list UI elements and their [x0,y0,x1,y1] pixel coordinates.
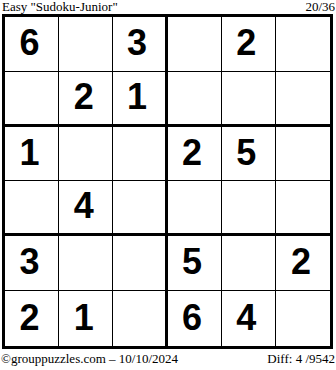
cell-r2c1[interactable] [5,72,59,127]
cell-r4c4[interactable] [168,181,222,236]
cell-r5c4: 5 [168,236,222,291]
cell-r5c3[interactable] [113,236,167,291]
difficulty-text: Diff: 4 /9542 [267,352,335,366]
given-number: 1 [74,300,94,336]
cell-r3c6[interactable] [276,127,330,182]
cell-r5c6: 2 [276,236,330,291]
given-number: 2 [182,135,202,171]
copyright-text: ©grouppuzzles.com – 10/10/2024 [1,352,178,366]
cell-r2c4[interactable] [168,72,222,127]
given-number: 6 [20,25,40,61]
given-number: 6 [182,300,202,336]
given-number: 1 [127,79,147,115]
cell-r3c3[interactable] [113,127,167,182]
puzzle-title: Easy "Sudoku-Junior" [2,0,118,13]
cell-r3c5: 5 [222,127,276,182]
cell-r4c2: 4 [59,181,113,236]
cell-r1c6[interactable] [276,17,330,72]
given-number: 3 [127,25,147,61]
cell-r1c3: 3 [113,17,167,72]
given-number: 2 [20,300,40,336]
given-number: 3 [20,244,40,280]
given-number: 2 [236,25,256,61]
cell-r3c2[interactable] [59,127,113,182]
given-number: 2 [74,79,94,115]
cell-r3c4: 2 [168,127,222,182]
cell-r1c5: 2 [222,17,276,72]
cell-r2c3: 1 [113,72,167,127]
given-number: 1 [20,135,40,171]
cell-r5c2[interactable] [59,236,113,291]
given-number: 5 [236,135,256,171]
cell-r2c6[interactable] [276,72,330,127]
cell-r4c3[interactable] [113,181,167,236]
given-number: 2 [291,244,311,280]
page-header: Easy "Sudoku-Junior" 20/36 [0,0,336,14]
cell-r6c1: 2 [5,291,59,346]
cell-r3c1: 1 [5,127,59,182]
puzzle-page: Easy "Sudoku-Junior" 20/36 6322112543522… [0,0,336,370]
cell-r5c5[interactable] [222,236,276,291]
cell-r1c2[interactable] [59,17,113,72]
cell-r6c5: 4 [222,291,276,346]
cell-r6c6[interactable] [276,291,330,346]
cell-r2c2: 2 [59,72,113,127]
cell-r4c6[interactable] [276,181,330,236]
given-number: 5 [182,244,202,280]
page-footer: ©grouppuzzles.com – 10/10/2024 Diff: 4 /… [0,352,336,370]
cell-r1c4[interactable] [168,17,222,72]
cell-r4c1[interactable] [5,181,59,236]
cell-r6c3[interactable] [113,291,167,346]
cell-r4c5[interactable] [222,181,276,236]
given-number: 4 [236,300,256,336]
given-number: 4 [74,188,94,224]
cell-r6c4: 6 [168,291,222,346]
cell-r6c2: 1 [59,291,113,346]
sudoku-board: 6322112543522164 [2,14,333,349]
cell-r5c1: 3 [5,236,59,291]
cell-r2c5[interactable] [222,72,276,127]
cell-r1c1: 6 [5,17,59,72]
puzzle-number: 20/36 [305,0,335,13]
